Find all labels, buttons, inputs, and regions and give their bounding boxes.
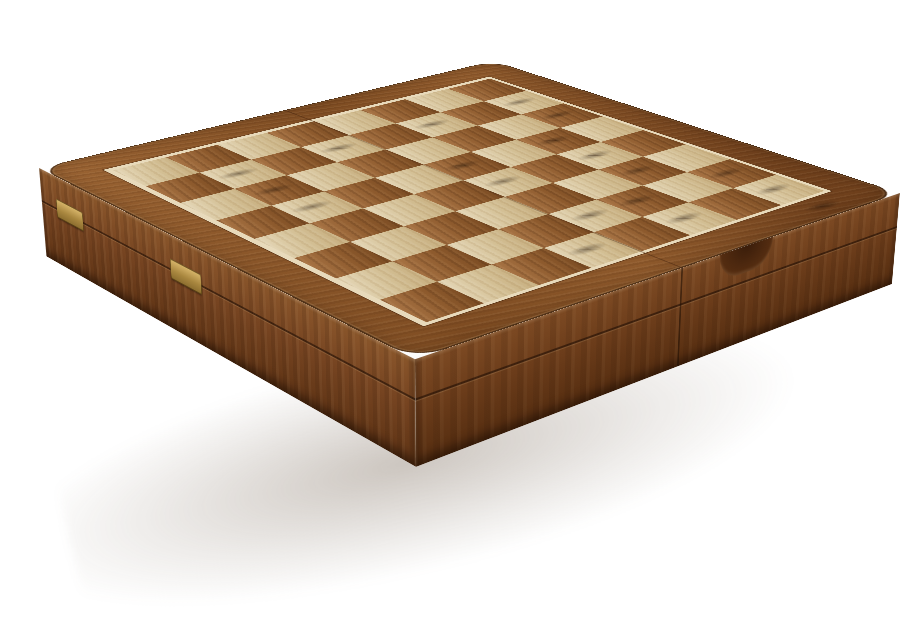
square-e1[interactable] bbox=[594, 217, 690, 251]
square-f3[interactable] bbox=[553, 170, 643, 200]
square-e3[interactable] bbox=[505, 183, 596, 214]
square-g2[interactable] bbox=[643, 172, 734, 202]
square-a7[interactable] bbox=[146, 173, 235, 203]
square-h1[interactable] bbox=[733, 175, 824, 205]
white-king-glyph: ♚ bbox=[240, 198, 368, 207]
square-c2[interactable] bbox=[447, 229, 544, 264]
piece-shadow bbox=[250, 182, 299, 197]
square-a4[interactable] bbox=[254, 223, 350, 258]
white-pawn-glyph: ♟ bbox=[273, 143, 390, 148]
white-bishop-glyph: ♝ bbox=[517, 208, 646, 216]
square-d5[interactable] bbox=[375, 165, 464, 195]
piece-shadow bbox=[751, 182, 796, 197]
square-d2[interactable] bbox=[499, 214, 594, 248]
black-pawn-glyph: ♟ bbox=[488, 136, 604, 141]
black-pawn-glyph: ♟ bbox=[528, 150, 647, 155]
square-f2[interactable] bbox=[596, 186, 688, 217]
square-c5[interactable] bbox=[324, 178, 414, 209]
piece-shadow bbox=[614, 193, 661, 208]
square-a1[interactable] bbox=[380, 282, 484, 322]
white-rook-glyph: ♜ bbox=[511, 242, 646, 250]
square-c3[interactable] bbox=[404, 211, 499, 245]
square-b5[interactable] bbox=[271, 191, 363, 223]
square-d1[interactable] bbox=[544, 232, 642, 268]
piece-shadow bbox=[566, 207, 614, 223]
white-knight-glyph: ♞ bbox=[204, 183, 329, 190]
square-a6[interactable] bbox=[180, 189, 271, 221]
white-pawn-glyph: ♟ bbox=[395, 161, 515, 167]
hinge-icon bbox=[56, 198, 84, 231]
square-b4[interactable] bbox=[310, 208, 404, 241]
square-a5[interactable] bbox=[216, 206, 309, 239]
piece-shadow bbox=[800, 198, 846, 213]
square-d4[interactable] bbox=[414, 180, 505, 211]
white-pawn-glyph: ♟ bbox=[566, 195, 693, 201]
square-b1[interactable] bbox=[437, 265, 539, 304]
white-queen-glyph: ♛ bbox=[434, 174, 556, 182]
black-knight-glyph: ♞ bbox=[368, 119, 481, 125]
square-b2[interactable] bbox=[392, 245, 491, 282]
black-pawn-glyph: ♟ bbox=[610, 212, 740, 218]
fold-seam-front bbox=[677, 267, 683, 366]
square-b6[interactable] bbox=[235, 175, 324, 205]
square-c1[interactable] bbox=[492, 248, 592, 285]
square-f1[interactable] bbox=[642, 202, 737, 235]
black-knight-glyph: ♞ bbox=[494, 110, 605, 116]
square-b3[interactable] bbox=[350, 226, 446, 261]
square-a3[interactable] bbox=[294, 242, 392, 279]
piece-shadow bbox=[287, 199, 337, 215]
black-king-glyph: ♚ bbox=[656, 165, 779, 174]
black-rook-glyph: ♜ bbox=[458, 98, 567, 103]
piece-shadow bbox=[562, 241, 612, 258]
black-bishop-glyph: ♝ bbox=[701, 183, 827, 190]
square-c4[interactable] bbox=[363, 194, 455, 226]
hinge-icon bbox=[170, 258, 202, 295]
piece-shadow bbox=[660, 210, 708, 226]
square-a2[interactable] bbox=[336, 261, 437, 299]
square-g1[interactable] bbox=[689, 188, 782, 220]
square-e4[interactable] bbox=[463, 167, 552, 197]
square-e2[interactable] bbox=[548, 200, 642, 233]
white-rook-glyph: ♜ bbox=[170, 168, 293, 174]
square-d3[interactable] bbox=[455, 197, 548, 229]
